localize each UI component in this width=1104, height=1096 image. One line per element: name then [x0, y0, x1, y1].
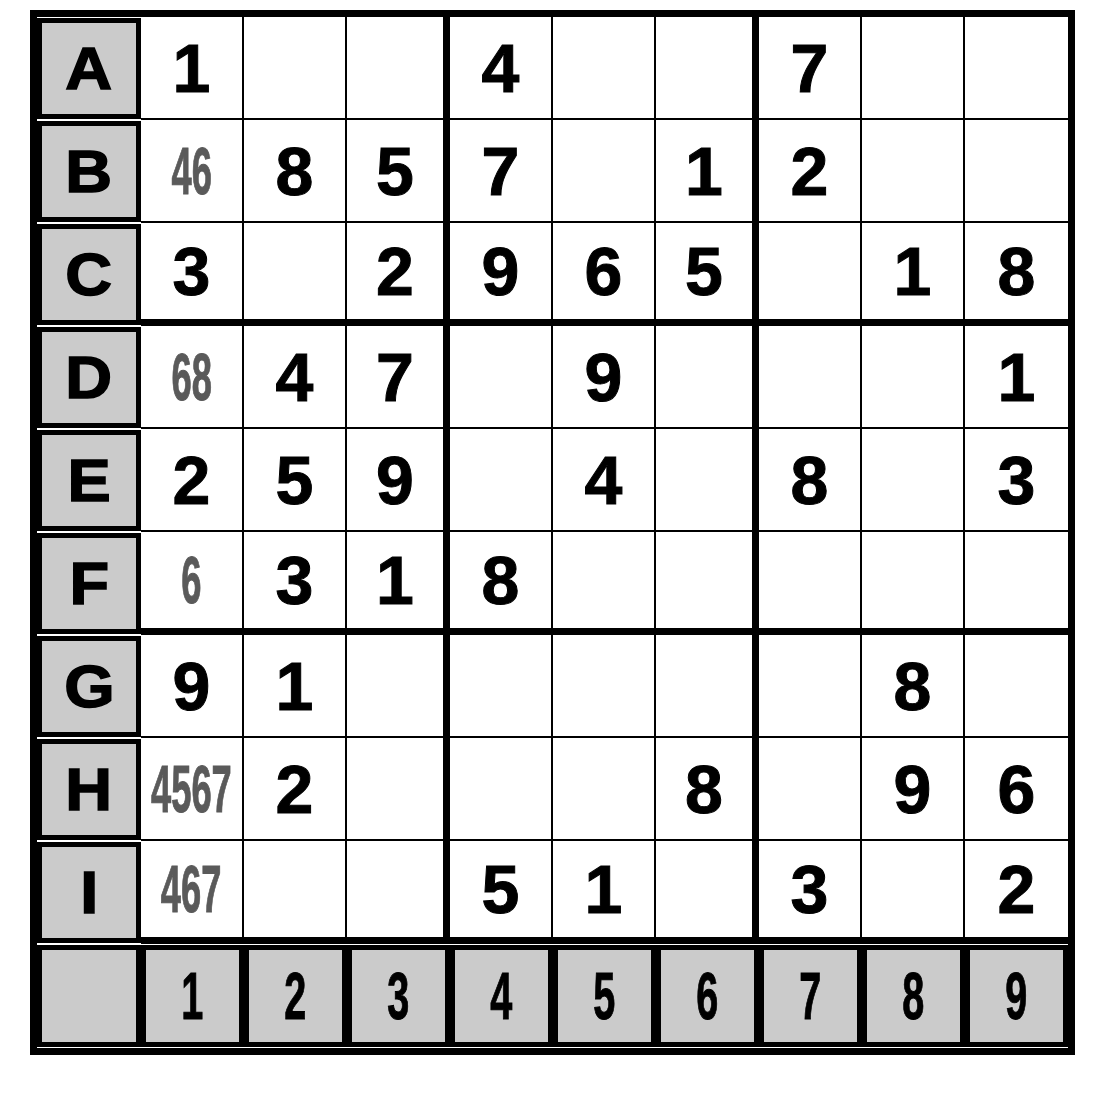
cell-I4[interactable]: 5 [450, 841, 553, 944]
cell-E8[interactable] [862, 429, 965, 532]
cell-A3[interactable] [347, 17, 450, 120]
cell-A7[interactable]: 7 [759, 17, 862, 120]
cell-C5[interactable]: 6 [553, 223, 656, 326]
row-label-text: H [66, 760, 113, 820]
cell-B8[interactable] [862, 120, 965, 223]
cell-value: 3 [791, 855, 829, 923]
col-label-2: 2 [244, 945, 347, 1047]
cell-E6[interactable] [656, 429, 759, 532]
cell-H6[interactable]: 8 [656, 738, 759, 841]
cell-value: 6 [998, 755, 1036, 823]
cell-D4[interactable] [450, 326, 553, 429]
cell-H8[interactable]: 9 [862, 738, 965, 841]
cell-E5[interactable]: 4 [553, 429, 656, 532]
page-background: A147B4685712C3296518D684791E259483F6318G… [0, 0, 1104, 1096]
cell-value: 1 [173, 34, 211, 102]
cell-value: 2 [376, 237, 414, 305]
row-label-I: I [37, 842, 141, 943]
cell-B6[interactable]: 1 [656, 120, 759, 223]
cell-value: 9 [482, 237, 520, 305]
cell-G7[interactable] [759, 635, 862, 738]
cell-H5[interactable] [553, 738, 656, 841]
cell-I3[interactable] [347, 841, 450, 944]
col-label-text: 4 [490, 963, 512, 1029]
cell-value: 3 [173, 237, 211, 305]
cell-value: 2 [173, 446, 211, 514]
cell-I6[interactable] [656, 841, 759, 944]
cell-value: 3 [998, 446, 1036, 514]
row-label-A: A [37, 18, 141, 119]
cell-A1[interactable]: 1 [141, 17, 244, 120]
cell-G9[interactable] [965, 635, 1068, 738]
pencil-marks: 68 [171, 344, 211, 410]
col-label-4: 4 [450, 945, 553, 1047]
cell-value: 1 [276, 652, 314, 720]
cell-value: 9 [376, 446, 414, 514]
cell-value: 7 [482, 137, 520, 205]
row-label-B: B [37, 121, 141, 222]
row-label-text: G [64, 657, 114, 717]
cell-value: 5 [276, 446, 314, 514]
cell-H4[interactable] [450, 738, 553, 841]
cell-value: 6 [585, 237, 623, 305]
cell-C9[interactable]: 8 [965, 223, 1068, 326]
cell-B5[interactable] [553, 120, 656, 223]
cell-value: 8 [791, 446, 829, 514]
cell-I2[interactable] [244, 841, 347, 944]
cell-I1[interactable]: 467 [141, 841, 244, 944]
cell-value: 2 [998, 855, 1036, 923]
cell-D8[interactable] [862, 326, 965, 429]
cell-E7[interactable]: 8 [759, 429, 862, 532]
cell-D1[interactable]: 68 [141, 326, 244, 429]
cell-G3[interactable] [347, 635, 450, 738]
cell-I7[interactable]: 3 [759, 841, 862, 944]
cell-value: 8 [482, 546, 520, 614]
cell-C3[interactable]: 2 [347, 223, 450, 326]
cell-E2[interactable]: 5 [244, 429, 347, 532]
cell-F8[interactable] [862, 532, 965, 635]
cell-F4[interactable]: 8 [450, 532, 553, 635]
col-label-5: 5 [553, 945, 656, 1047]
cell-H1[interactable]: 4567 [141, 738, 244, 841]
cell-value: 8 [998, 237, 1036, 305]
cell-F7[interactable] [759, 532, 862, 635]
cell-C7[interactable] [759, 223, 862, 326]
row-label-text: A [66, 39, 113, 99]
cell-H3[interactable] [347, 738, 450, 841]
cell-G2[interactable]: 1 [244, 635, 347, 738]
cell-value: 4 [482, 34, 520, 102]
cell-A6[interactable] [656, 17, 759, 120]
cell-value: 8 [685, 755, 723, 823]
cell-A2[interactable] [244, 17, 347, 120]
cell-value: 4 [585, 446, 623, 514]
cell-D5[interactable]: 9 [553, 326, 656, 429]
sudoku-board: A147B4685712C3296518D684791E259483F6318G… [30, 10, 1075, 1055]
cell-B1[interactable]: 46 [141, 120, 244, 223]
cell-B2[interactable]: 8 [244, 120, 347, 223]
cell-A9[interactable] [965, 17, 1068, 120]
row-label-text: F [69, 554, 109, 614]
cell-B3[interactable]: 5 [347, 120, 450, 223]
cell-value: 3 [276, 546, 314, 614]
cell-D7[interactable] [759, 326, 862, 429]
cell-value: 1 [376, 546, 414, 614]
cell-C8[interactable]: 1 [862, 223, 965, 326]
col-label-9: 9 [965, 945, 1068, 1047]
cell-I8[interactable] [862, 841, 965, 944]
col-label-text: 7 [799, 963, 821, 1029]
cell-B4[interactable]: 7 [450, 120, 553, 223]
cell-B7[interactable]: 2 [759, 120, 862, 223]
cell-value: 2 [791, 137, 829, 205]
cell-value: 5 [685, 237, 723, 305]
cell-value: 1 [585, 855, 623, 923]
cell-C2[interactable] [244, 223, 347, 326]
cell-B9[interactable] [965, 120, 1068, 223]
cell-G6[interactable] [656, 635, 759, 738]
row-label-text: D [66, 348, 113, 408]
cell-C6[interactable]: 5 [656, 223, 759, 326]
corner-cell [37, 945, 141, 1047]
col-label-text: 5 [593, 963, 615, 1029]
cell-value: 2 [276, 755, 314, 823]
cell-value: 1 [685, 137, 723, 205]
row-label-F: F [37, 533, 141, 634]
cell-E3[interactable]: 9 [347, 429, 450, 532]
cell-G4[interactable] [450, 635, 553, 738]
cell-G1[interactable]: 9 [141, 635, 244, 738]
cell-E9[interactable]: 3 [965, 429, 1068, 532]
cell-F9[interactable] [965, 532, 1068, 635]
cell-G5[interactable] [553, 635, 656, 738]
col-label-text: 8 [902, 963, 924, 1029]
cell-F5[interactable] [553, 532, 656, 635]
cell-F2[interactable]: 3 [244, 532, 347, 635]
cell-value: 8 [276, 137, 314, 205]
pencil-marks: 4567 [151, 756, 232, 822]
cell-value: 9 [894, 755, 932, 823]
cell-F1[interactable]: 6 [141, 532, 244, 635]
cell-C1[interactable]: 3 [141, 223, 244, 326]
pencil-marks: 6 [181, 547, 201, 613]
cell-value: 1 [998, 343, 1036, 411]
cell-F6[interactable] [656, 532, 759, 635]
col-label-1: 1 [141, 945, 244, 1047]
cell-value: 7 [376, 343, 414, 411]
cell-D2[interactable]: 4 [244, 326, 347, 429]
cell-value: 8 [894, 652, 932, 720]
col-label-text: 6 [696, 963, 718, 1029]
cell-value: 9 [585, 343, 623, 411]
col-label-6: 6 [656, 945, 759, 1047]
cell-D3[interactable]: 7 [347, 326, 450, 429]
pencil-marks: 46 [171, 138, 211, 204]
row-label-text: C [66, 245, 113, 305]
pencil-marks: 467 [161, 856, 222, 922]
cell-D6[interactable] [656, 326, 759, 429]
cell-A5[interactable] [553, 17, 656, 120]
row-label-E: E [37, 430, 141, 531]
cell-I5[interactable]: 1 [553, 841, 656, 944]
cell-C4[interactable]: 9 [450, 223, 553, 326]
col-label-text: 2 [284, 963, 306, 1029]
row-label-H: H [37, 739, 141, 840]
cell-H2[interactable]: 2 [244, 738, 347, 841]
col-label-7: 7 [759, 945, 862, 1047]
col-label-8: 8 [862, 945, 965, 1047]
cell-G8[interactable]: 8 [862, 635, 965, 738]
cell-A8[interactable] [862, 17, 965, 120]
row-label-C: C [37, 224, 141, 325]
row-label-D: D [37, 327, 141, 428]
cell-value: 5 [482, 855, 520, 923]
col-label-text: 3 [387, 963, 409, 1029]
cell-value: 7 [791, 34, 829, 102]
cell-value: 4 [276, 343, 314, 411]
cell-value: 5 [376, 137, 414, 205]
cell-E4[interactable] [450, 429, 553, 532]
cell-E1[interactable]: 2 [141, 429, 244, 532]
col-label-text: 9 [1005, 963, 1027, 1029]
cell-value: 1 [894, 237, 932, 305]
row-label-text: E [67, 451, 110, 511]
cell-H9[interactable]: 6 [965, 738, 1068, 841]
row-label-text: B [66, 142, 113, 202]
row-label-text: I [80, 863, 98, 923]
cell-F3[interactable]: 1 [347, 532, 450, 635]
col-label-text: 1 [181, 963, 203, 1029]
row-label-G: G [37, 636, 141, 737]
cell-H7[interactable] [759, 738, 862, 841]
cell-A4[interactable]: 4 [450, 17, 553, 120]
cell-D9[interactable]: 1 [965, 326, 1068, 429]
col-label-3: 3 [347, 945, 450, 1047]
cell-value: 9 [173, 652, 211, 720]
cell-I9[interactable]: 2 [965, 841, 1068, 944]
